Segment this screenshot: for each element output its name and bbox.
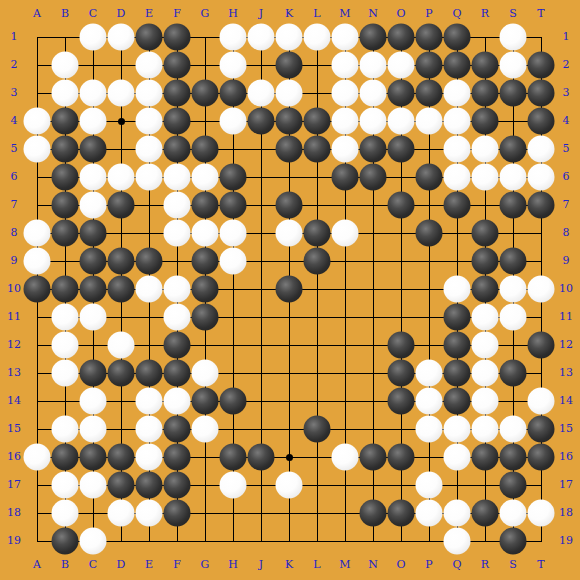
white-stone <box>416 388 443 415</box>
white-stone <box>24 220 51 247</box>
white-stone <box>528 500 555 527</box>
white-stone <box>332 52 359 79</box>
black-stone <box>444 388 471 415</box>
white-stone <box>192 220 219 247</box>
white-stone <box>164 276 191 303</box>
black-stone <box>388 136 415 163</box>
column-label-bottom: T <box>527 558 555 572</box>
column-label-top: B <box>51 7 79 21</box>
white-stone <box>136 136 163 163</box>
black-stone <box>52 164 79 191</box>
row-label-left: 18 <box>1 506 27 520</box>
black-stone <box>388 360 415 387</box>
white-stone <box>52 52 79 79</box>
black-stone <box>472 276 499 303</box>
white-stone <box>80 108 107 135</box>
row-label-right: 4 <box>553 114 579 128</box>
white-stone <box>500 276 527 303</box>
column-label-bottom: Q <box>443 558 471 572</box>
black-stone <box>444 24 471 51</box>
black-stone <box>500 528 527 555</box>
column-label-bottom: A <box>23 558 51 572</box>
black-stone <box>276 108 303 135</box>
black-stone <box>472 444 499 471</box>
white-stone <box>500 52 527 79</box>
white-stone <box>360 108 387 135</box>
white-stone <box>444 164 471 191</box>
black-stone <box>528 444 555 471</box>
white-stone <box>332 80 359 107</box>
column-label-bottom: R <box>471 558 499 572</box>
row-label-right: 13 <box>553 366 579 380</box>
row-label-right: 16 <box>553 450 579 464</box>
row-label-right: 7 <box>553 198 579 212</box>
black-stone <box>192 304 219 331</box>
white-stone <box>472 416 499 443</box>
row-label-right: 15 <box>553 422 579 436</box>
black-stone <box>192 136 219 163</box>
black-stone <box>52 108 79 135</box>
white-stone <box>472 388 499 415</box>
black-stone <box>388 24 415 51</box>
black-stone <box>388 80 415 107</box>
black-stone <box>80 360 107 387</box>
black-stone <box>388 500 415 527</box>
white-stone <box>332 136 359 163</box>
black-stone <box>472 108 499 135</box>
row-label-left: 6 <box>1 170 27 184</box>
white-stone <box>416 108 443 135</box>
black-stone <box>276 136 303 163</box>
column-label-top: L <box>303 7 331 21</box>
white-stone <box>80 304 107 331</box>
white-stone <box>24 444 51 471</box>
black-stone <box>164 80 191 107</box>
white-stone <box>528 136 555 163</box>
row-label-right: 8 <box>553 226 579 240</box>
black-stone <box>164 332 191 359</box>
white-stone <box>472 360 499 387</box>
white-stone <box>444 136 471 163</box>
column-label-top: G <box>191 7 219 21</box>
white-stone <box>80 192 107 219</box>
black-stone <box>416 220 443 247</box>
hoshi-point <box>286 454 293 461</box>
white-stone <box>164 388 191 415</box>
white-stone <box>276 24 303 51</box>
white-stone <box>136 52 163 79</box>
row-label-left: 19 <box>1 534 27 548</box>
white-stone <box>304 24 331 51</box>
row-label-left: 9 <box>1 254 27 268</box>
row-label-left: 10 <box>1 282 27 296</box>
white-stone <box>52 500 79 527</box>
black-stone <box>80 220 107 247</box>
black-stone <box>360 136 387 163</box>
black-stone <box>276 276 303 303</box>
black-stone <box>304 220 331 247</box>
black-stone <box>304 416 331 443</box>
white-stone <box>220 472 247 499</box>
column-label-top: P <box>415 7 443 21</box>
column-label-top: R <box>471 7 499 21</box>
row-label-right: 1 <box>553 30 579 44</box>
white-stone <box>416 416 443 443</box>
white-stone <box>444 416 471 443</box>
black-stone <box>416 80 443 107</box>
white-stone <box>136 500 163 527</box>
white-stone <box>136 416 163 443</box>
white-stone <box>276 472 303 499</box>
black-stone <box>136 248 163 275</box>
white-stone <box>472 136 499 163</box>
white-stone <box>136 108 163 135</box>
white-stone <box>136 388 163 415</box>
black-stone <box>500 192 527 219</box>
white-stone <box>500 500 527 527</box>
black-stone <box>192 192 219 219</box>
black-stone <box>360 24 387 51</box>
black-stone <box>500 444 527 471</box>
black-stone <box>136 472 163 499</box>
white-stone <box>108 80 135 107</box>
white-stone <box>52 416 79 443</box>
column-label-top: T <box>527 7 555 21</box>
white-stone <box>164 220 191 247</box>
row-label-left: 17 <box>1 478 27 492</box>
black-stone <box>220 444 247 471</box>
black-stone <box>248 444 275 471</box>
row-label-left: 5 <box>1 142 27 156</box>
black-stone <box>136 24 163 51</box>
black-stone <box>164 360 191 387</box>
white-stone <box>444 444 471 471</box>
black-stone <box>472 220 499 247</box>
white-stone <box>416 360 443 387</box>
black-stone <box>472 52 499 79</box>
black-stone <box>444 332 471 359</box>
row-label-left: 3 <box>1 86 27 100</box>
black-stone <box>500 472 527 499</box>
row-label-right: 3 <box>553 86 579 100</box>
white-stone <box>444 500 471 527</box>
white-stone <box>528 276 555 303</box>
black-stone <box>192 388 219 415</box>
white-stone <box>80 388 107 415</box>
black-stone <box>444 360 471 387</box>
white-stone <box>416 500 443 527</box>
white-stone <box>388 52 415 79</box>
white-stone <box>276 80 303 107</box>
column-label-bottom: L <box>303 558 331 572</box>
white-stone <box>52 304 79 331</box>
white-stone <box>528 388 555 415</box>
row-label-right: 18 <box>553 506 579 520</box>
column-label-top: M <box>331 7 359 21</box>
row-label-right: 14 <box>553 394 579 408</box>
black-stone <box>108 472 135 499</box>
white-stone <box>472 304 499 331</box>
white-stone <box>416 472 443 499</box>
column-label-bottom: J <box>247 558 275 572</box>
black-stone <box>444 52 471 79</box>
row-label-right: 9 <box>553 254 579 268</box>
row-label-right: 17 <box>553 478 579 492</box>
white-stone <box>136 80 163 107</box>
white-stone <box>164 192 191 219</box>
white-stone <box>360 80 387 107</box>
white-stone <box>164 304 191 331</box>
black-stone <box>52 444 79 471</box>
column-label-top: Q <box>443 7 471 21</box>
row-label-left: 14 <box>1 394 27 408</box>
black-stone <box>304 136 331 163</box>
white-stone <box>248 24 275 51</box>
black-stone <box>52 220 79 247</box>
column-label-bottom: M <box>331 558 359 572</box>
white-stone <box>52 472 79 499</box>
white-stone <box>388 108 415 135</box>
white-stone <box>360 52 387 79</box>
white-stone <box>472 164 499 191</box>
white-stone <box>108 500 135 527</box>
column-label-top: N <box>359 7 387 21</box>
white-stone <box>136 164 163 191</box>
column-label-top: O <box>387 7 415 21</box>
black-stone <box>220 388 247 415</box>
black-stone <box>192 80 219 107</box>
black-stone <box>388 332 415 359</box>
black-stone <box>472 248 499 275</box>
column-label-bottom: G <box>191 558 219 572</box>
black-stone <box>164 472 191 499</box>
row-label-right: 5 <box>553 142 579 156</box>
black-stone <box>528 192 555 219</box>
column-label-bottom: S <box>499 558 527 572</box>
white-stone <box>52 80 79 107</box>
white-stone <box>332 108 359 135</box>
row-label-right: 10 <box>553 282 579 296</box>
white-stone <box>332 220 359 247</box>
white-stone <box>192 360 219 387</box>
black-stone <box>500 248 527 275</box>
white-stone <box>500 24 527 51</box>
white-stone <box>108 332 135 359</box>
black-stone <box>80 444 107 471</box>
white-stone <box>500 304 527 331</box>
row-label-left: 15 <box>1 422 27 436</box>
white-stone <box>80 164 107 191</box>
white-stone <box>80 80 107 107</box>
black-stone <box>500 80 527 107</box>
row-label-right: 2 <box>553 58 579 72</box>
row-label-right: 11 <box>553 310 579 324</box>
white-stone <box>500 416 527 443</box>
black-stone <box>388 192 415 219</box>
row-label-right: 12 <box>553 338 579 352</box>
white-stone <box>332 444 359 471</box>
black-stone <box>444 304 471 331</box>
white-stone <box>248 80 275 107</box>
column-label-top: C <box>79 7 107 21</box>
black-stone <box>192 248 219 275</box>
row-label-left: 8 <box>1 226 27 240</box>
row-label-right: 6 <box>553 170 579 184</box>
white-stone <box>80 416 107 443</box>
column-label-bottom: D <box>107 558 135 572</box>
black-stone <box>360 444 387 471</box>
column-label-bottom: K <box>275 558 303 572</box>
column-label-top: J <box>247 7 275 21</box>
white-stone <box>220 108 247 135</box>
black-stone <box>108 192 135 219</box>
black-stone <box>276 52 303 79</box>
black-stone <box>52 136 79 163</box>
white-stone <box>80 24 107 51</box>
black-stone <box>108 248 135 275</box>
white-stone <box>24 136 51 163</box>
white-stone <box>528 164 555 191</box>
black-stone <box>528 416 555 443</box>
white-stone <box>220 220 247 247</box>
white-stone <box>136 444 163 471</box>
black-stone <box>472 80 499 107</box>
black-stone <box>52 276 79 303</box>
white-stone <box>276 220 303 247</box>
black-stone <box>528 332 555 359</box>
white-stone <box>220 248 247 275</box>
black-stone <box>108 276 135 303</box>
white-stone <box>192 416 219 443</box>
black-stone <box>500 136 527 163</box>
row-label-left: 16 <box>1 450 27 464</box>
white-stone <box>472 332 499 359</box>
black-stone <box>220 164 247 191</box>
black-stone <box>80 248 107 275</box>
black-stone <box>416 164 443 191</box>
black-stone <box>332 164 359 191</box>
black-stone <box>416 52 443 79</box>
black-stone <box>108 444 135 471</box>
row-label-right: 19 <box>553 534 579 548</box>
black-stone <box>388 444 415 471</box>
black-stone <box>164 416 191 443</box>
black-stone <box>388 388 415 415</box>
black-stone <box>220 192 247 219</box>
black-stone <box>444 192 471 219</box>
white-stone <box>444 108 471 135</box>
white-stone <box>220 52 247 79</box>
black-stone <box>248 108 275 135</box>
white-stone <box>24 248 51 275</box>
black-stone <box>528 80 555 107</box>
black-stone <box>192 276 219 303</box>
column-label-bottom: E <box>135 558 163 572</box>
black-stone <box>276 192 303 219</box>
black-stone <box>416 24 443 51</box>
black-stone <box>220 80 247 107</box>
black-stone <box>528 108 555 135</box>
white-stone <box>192 164 219 191</box>
black-stone <box>52 192 79 219</box>
white-stone <box>52 332 79 359</box>
go-board-app: AABBCCDDEEFFGGHHJJKKLLMMNNOOPPQQRRSSTT11… <box>0 0 580 580</box>
column-label-bottom: C <box>79 558 107 572</box>
black-stone <box>472 500 499 527</box>
black-stone <box>360 500 387 527</box>
white-stone <box>24 108 51 135</box>
white-stone <box>164 164 191 191</box>
black-stone <box>24 276 51 303</box>
row-label-left: 11 <box>1 310 27 324</box>
column-label-bottom: P <box>415 558 443 572</box>
black-stone <box>528 52 555 79</box>
black-stone <box>164 136 191 163</box>
row-label-left: 7 <box>1 198 27 212</box>
hoshi-point <box>118 118 125 125</box>
white-stone <box>108 164 135 191</box>
row-label-left: 2 <box>1 58 27 72</box>
black-stone <box>136 360 163 387</box>
column-label-top: A <box>23 7 51 21</box>
black-stone <box>304 248 331 275</box>
white-stone <box>332 24 359 51</box>
white-stone <box>136 276 163 303</box>
black-stone <box>500 360 527 387</box>
black-stone <box>164 24 191 51</box>
row-label-left: 4 <box>1 114 27 128</box>
white-stone <box>52 360 79 387</box>
column-label-bottom: N <box>359 558 387 572</box>
white-stone <box>220 24 247 51</box>
row-label-left: 13 <box>1 366 27 380</box>
column-label-bottom: F <box>163 558 191 572</box>
column-label-bottom: H <box>219 558 247 572</box>
white-stone <box>80 472 107 499</box>
white-stone <box>108 24 135 51</box>
white-stone <box>500 164 527 191</box>
black-stone <box>52 528 79 555</box>
column-label-top: D <box>107 7 135 21</box>
column-label-top: K <box>275 7 303 21</box>
column-label-top: E <box>135 7 163 21</box>
white-stone <box>444 80 471 107</box>
black-stone <box>80 276 107 303</box>
black-stone <box>164 52 191 79</box>
go-board[interactable] <box>0 0 580 580</box>
black-stone <box>164 500 191 527</box>
row-label-left: 12 <box>1 338 27 352</box>
column-label-bottom: O <box>387 558 415 572</box>
black-stone <box>304 108 331 135</box>
white-stone <box>444 276 471 303</box>
column-label-top: S <box>499 7 527 21</box>
column-label-top: H <box>219 7 247 21</box>
black-stone <box>164 108 191 135</box>
black-stone <box>108 360 135 387</box>
black-stone <box>164 444 191 471</box>
white-stone <box>444 528 471 555</box>
column-label-top: F <box>163 7 191 21</box>
white-stone <box>80 528 107 555</box>
black-stone <box>360 164 387 191</box>
column-label-bottom: B <box>51 558 79 572</box>
black-stone <box>80 136 107 163</box>
row-label-left: 1 <box>1 30 27 44</box>
